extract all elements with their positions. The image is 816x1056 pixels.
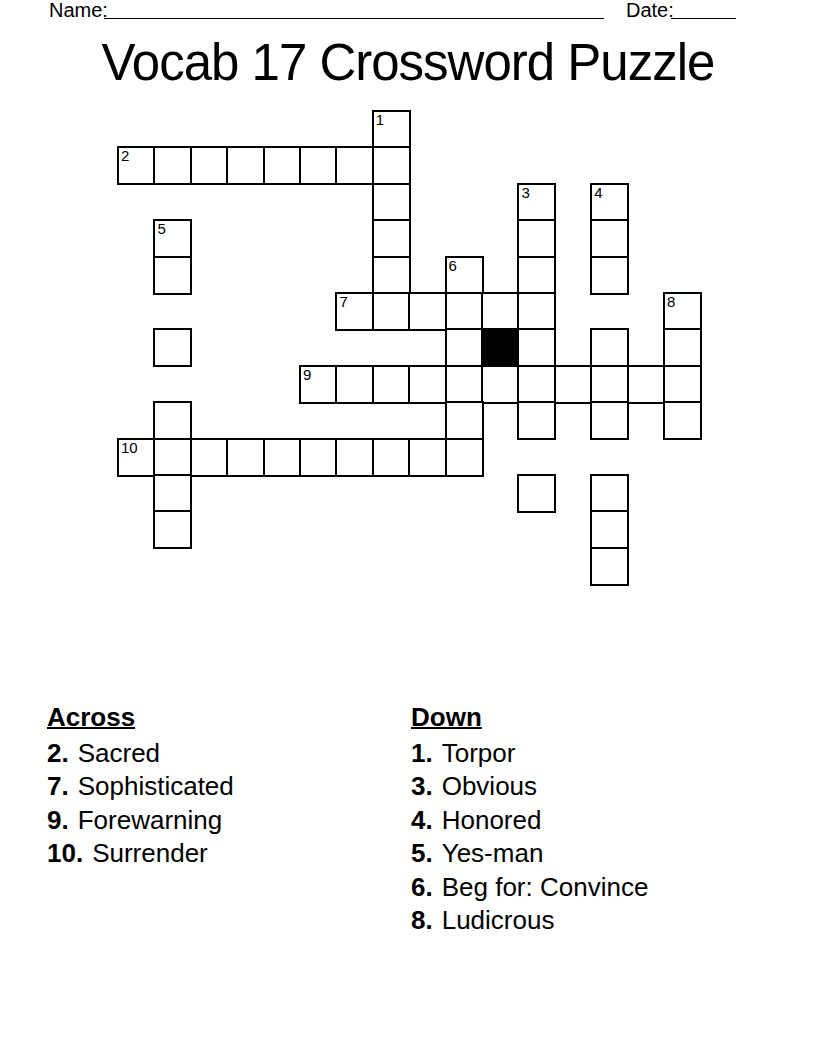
grid-cell-r1c4[interactable] [263,146,302,185]
grid-cell-r1c2[interactable] [190,146,229,185]
grid-cell-r8c1[interactable] [153,401,192,440]
grid-cell-r5c9[interactable] [445,292,484,331]
grid-cell-r5c8[interactable] [408,292,447,331]
grid-cell-r7c14[interactable] [627,365,666,404]
grid-cell-r7c8[interactable] [408,365,447,404]
clue-item-down-5: 5.Yes-man [411,837,648,870]
clue-number: 1 [376,112,384,128]
grid-cell-r12c13[interactable] [590,547,629,586]
grid-cell-r7c13[interactable] [590,365,629,404]
grid-cell-r9c2[interactable] [190,438,229,477]
grid-cell-r8c15[interactable] [663,401,702,440]
clue-item-across-2: 2.Sacred [47,737,234,770]
clue-number: 2 [121,148,129,164]
clue-number: 8 [667,294,675,310]
across-clue-list: 2.Sacred 7.Sophisticated 9.Forewarning 1… [47,737,234,871]
clue-item-down-4: 4.Honored [411,804,648,837]
grid-cell-r9c9[interactable] [445,438,484,477]
grid-cell-r8c13[interactable] [590,401,629,440]
grid-cell-r1c0[interactable]: 2 [117,146,156,185]
grid-cell-r10c11[interactable] [517,474,556,513]
page-title: Vocab 17 Crossword Puzzle [0,33,816,93]
grid-cell-r9c6[interactable] [335,438,374,477]
clue-number: 4 [594,185,602,201]
clue-number: 5 [157,221,165,237]
grid-cell-r4c7[interactable] [372,256,411,295]
crossword-grid: 12345678910 [117,110,703,586]
grid-cell-r4c9[interactable]: 6 [445,256,484,295]
grid-cell-r7c7[interactable] [372,365,411,404]
clue-item-down-1: 1.Torpor [411,737,648,770]
grid-cell-r9c7[interactable] [372,438,411,477]
blocked-cell [481,328,520,367]
grid-cell-r6c15[interactable] [663,328,702,367]
grid-cell-r2c11[interactable]: 3 [517,183,556,222]
grid-cell-r8c11[interactable] [517,401,556,440]
grid-cell-r7c15[interactable] [663,365,702,404]
grid-cell-r5c11[interactable] [517,292,556,331]
grid-cell-r9c1[interactable] [153,438,192,477]
grid-cell-r4c11[interactable] [517,256,556,295]
grid-cell-r5c7[interactable] [372,292,411,331]
clue-number: 6 [449,258,457,274]
clue-number: 7 [339,294,347,310]
across-header: Across [47,701,234,733]
clue-item-down-8: 8.Ludicrous [411,904,648,937]
grid-cell-r1c5[interactable] [299,146,338,185]
grid-cell-r9c5[interactable] [299,438,338,477]
grid-cell-r6c13[interactable] [590,328,629,367]
grid-cell-r1c1[interactable] [153,146,192,185]
clue-item-down-3: 3.Obvious [411,770,648,803]
grid-cell-r5c6[interactable]: 7 [335,292,374,331]
down-clue-list: 1.Torpor 3.Obvious 4.Honored 5.Yes-man 6… [411,737,648,937]
grid-cell-r9c0[interactable]: 10 [117,438,156,477]
down-header: Down [411,701,648,733]
clue-number: 10 [121,440,138,456]
grid-cell-r10c1[interactable] [153,474,192,513]
grid-cell-r9c4[interactable] [263,438,302,477]
clue-item-down-6: 6.Beg for: Convince [411,871,648,904]
grid-cell-r6c11[interactable] [517,328,556,367]
grid-cell-r1c6[interactable] [335,146,374,185]
date-blank-line[interactable] [671,0,736,19]
grid-cell-r7c5[interactable]: 9 [299,365,338,404]
grid-cell-r5c10[interactable] [481,292,520,331]
grid-cell-r7c6[interactable] [335,365,374,404]
clue-number: 3 [521,185,529,201]
name-label: Name: [49,0,108,20]
clue-item-across-10: 10.Surrender [47,837,234,870]
grid-cell-r3c13[interactable] [590,219,629,258]
grid-cell-r3c7[interactable] [372,219,411,258]
grid-cell-r3c11[interactable] [517,219,556,258]
grid-cell-r6c9[interactable] [445,328,484,367]
grid-cell-r2c7[interactable] [372,183,411,222]
grid-cell-r4c13[interactable] [590,256,629,295]
grid-cell-r7c11[interactable] [517,365,556,404]
grid-cell-r7c9[interactable] [445,365,484,404]
grid-cell-r2c13[interactable]: 4 [590,183,629,222]
grid-cell-r7c12[interactable] [554,365,593,404]
clue-item-across-9: 9.Forewarning [47,804,234,837]
across-clues-section: Across 2.Sacred 7.Sophisticated 9.Forewa… [47,701,234,871]
grid-cell-r10c13[interactable] [590,474,629,513]
grid-cell-r11c1[interactable] [153,510,192,549]
grid-cell-r5c15[interactable]: 8 [663,292,702,331]
grid-cell-r4c1[interactable] [153,256,192,295]
grid-cell-r8c9[interactable] [445,401,484,440]
grid-cell-r9c8[interactable] [408,438,447,477]
clue-number: 9 [303,367,311,383]
date-label: Date: [626,0,674,20]
grid-cell-r11c13[interactable] [590,510,629,549]
clue-item-across-7: 7.Sophisticated [47,770,234,803]
grid-cell-r1c3[interactable] [226,146,265,185]
grid-cell-r9c3[interactable] [226,438,265,477]
grid-cell-r7c10[interactable] [481,365,520,404]
name-blank-line[interactable] [104,0,604,19]
grid-cell-r3c1[interactable]: 5 [153,219,192,258]
grid-cell-r6c1[interactable] [153,328,192,367]
down-clues-section: Down 1.Torpor 3.Obvious 4.Honored 5.Yes-… [411,701,648,937]
grid-cell-r1c7[interactable] [372,146,411,185]
grid-cell-r0c7[interactable]: 1 [372,110,411,149]
